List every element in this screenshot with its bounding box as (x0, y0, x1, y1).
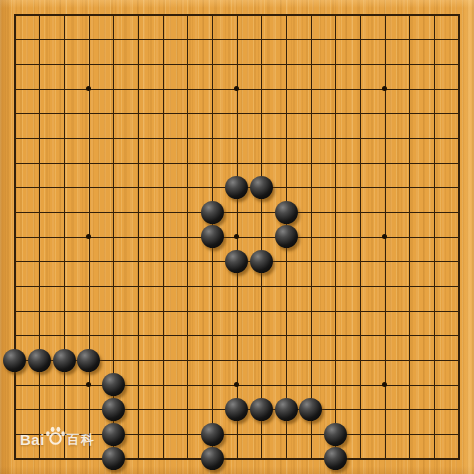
intersection (422, 299, 447, 324)
intersection (175, 3, 200, 28)
intersection (3, 126, 28, 151)
intersection (200, 52, 225, 77)
intersection (3, 422, 28, 447)
intersection (422, 3, 447, 28)
intersection (323, 446, 348, 471)
black-stone (275, 225, 298, 248)
intersection (397, 3, 422, 28)
intersection (151, 446, 176, 471)
intersection (299, 101, 324, 126)
intersection (348, 299, 373, 324)
intersection (274, 373, 299, 398)
intersection (397, 249, 422, 274)
intersection (299, 225, 324, 250)
intersection (77, 323, 102, 348)
intersection (348, 101, 373, 126)
intersection (225, 200, 250, 225)
intersection (225, 27, 250, 52)
intersection (373, 225, 398, 250)
intersection (27, 422, 52, 447)
star-point (234, 86, 239, 91)
star-point (382, 86, 387, 91)
intersection (274, 77, 299, 102)
intersection (175, 126, 200, 151)
black-stone (102, 398, 125, 421)
intersection (126, 3, 151, 28)
intersection (446, 249, 471, 274)
intersection (151, 151, 176, 176)
intersection (373, 151, 398, 176)
intersection (52, 348, 77, 373)
intersection (126, 225, 151, 250)
intersection (299, 373, 324, 398)
intersection (323, 175, 348, 200)
intersection (373, 200, 398, 225)
intersection (348, 348, 373, 373)
intersection (52, 299, 77, 324)
intersection (225, 446, 250, 471)
intersection (175, 348, 200, 373)
intersection (249, 274, 274, 299)
intersection (397, 422, 422, 447)
intersection (3, 27, 28, 52)
intersection (77, 225, 102, 250)
intersection (151, 274, 176, 299)
intersection (446, 27, 471, 52)
intersection (446, 373, 471, 398)
intersection (225, 373, 250, 398)
intersection (274, 27, 299, 52)
intersection (52, 200, 77, 225)
intersection (225, 249, 250, 274)
intersection (274, 274, 299, 299)
intersection (446, 323, 471, 348)
intersection (348, 422, 373, 447)
intersection (274, 200, 299, 225)
intersection (373, 446, 398, 471)
intersection (101, 373, 126, 398)
intersection (422, 323, 447, 348)
intersection (397, 52, 422, 77)
intersection (249, 200, 274, 225)
intersection (77, 299, 102, 324)
intersection (27, 126, 52, 151)
intersection (3, 3, 28, 28)
intersection (126, 299, 151, 324)
intersection (3, 52, 28, 77)
intersection (52, 175, 77, 200)
intersection (52, 373, 77, 398)
black-stone (324, 423, 347, 446)
intersection (348, 323, 373, 348)
intersection (151, 77, 176, 102)
intersection (200, 348, 225, 373)
intersection (200, 397, 225, 422)
intersection (274, 446, 299, 471)
intersection (274, 52, 299, 77)
intersection (151, 101, 176, 126)
intersection (126, 101, 151, 126)
intersection (175, 27, 200, 52)
intersection (101, 323, 126, 348)
intersection (299, 422, 324, 447)
intersection (175, 101, 200, 126)
intersection (299, 200, 324, 225)
intersection (151, 200, 176, 225)
intersection (200, 323, 225, 348)
intersection (299, 126, 324, 151)
intersection (77, 77, 102, 102)
intersection (373, 27, 398, 52)
intersection (126, 175, 151, 200)
intersection (422, 225, 447, 250)
intersection (422, 101, 447, 126)
intersection (151, 373, 176, 398)
intersection (348, 373, 373, 398)
intersection (101, 348, 126, 373)
intersection (52, 249, 77, 274)
star-point (234, 382, 239, 387)
intersection (323, 3, 348, 28)
black-stone (201, 447, 224, 470)
intersection (52, 3, 77, 28)
intersection (422, 151, 447, 176)
intersection (225, 348, 250, 373)
intersection (249, 3, 274, 28)
black-stone (201, 201, 224, 224)
intersection (77, 446, 102, 471)
intersection (27, 446, 52, 471)
intersection (274, 249, 299, 274)
intersection (249, 299, 274, 324)
intersection (200, 274, 225, 299)
intersection (373, 175, 398, 200)
intersection (175, 249, 200, 274)
intersection (422, 373, 447, 398)
board-intersections (3, 3, 472, 472)
intersection (27, 52, 52, 77)
intersection (225, 274, 250, 299)
intersection (52, 446, 77, 471)
intersection (175, 77, 200, 102)
intersection (397, 101, 422, 126)
intersection (52, 77, 77, 102)
intersection (299, 299, 324, 324)
intersection (446, 77, 471, 102)
intersection (422, 249, 447, 274)
intersection (3, 348, 28, 373)
intersection (373, 52, 398, 77)
intersection (373, 126, 398, 151)
intersection (126, 200, 151, 225)
intersection (3, 225, 28, 250)
intersection (200, 126, 225, 151)
intersection (200, 373, 225, 398)
intersection (249, 422, 274, 447)
black-stone (250, 250, 273, 273)
intersection (446, 422, 471, 447)
intersection (299, 77, 324, 102)
intersection (274, 126, 299, 151)
intersection (299, 3, 324, 28)
intersection (299, 151, 324, 176)
intersection (27, 397, 52, 422)
intersection (52, 126, 77, 151)
intersection (52, 101, 77, 126)
intersection (225, 397, 250, 422)
intersection (151, 3, 176, 28)
intersection (249, 77, 274, 102)
intersection (3, 397, 28, 422)
black-stone (299, 398, 322, 421)
intersection (126, 323, 151, 348)
intersection (77, 249, 102, 274)
intersection (200, 3, 225, 28)
intersection (397, 200, 422, 225)
intersection (249, 446, 274, 471)
intersection (27, 225, 52, 250)
intersection (299, 274, 324, 299)
intersection (77, 151, 102, 176)
intersection (27, 200, 52, 225)
intersection (27, 151, 52, 176)
intersection (225, 299, 250, 324)
intersection (3, 151, 28, 176)
intersection (3, 274, 28, 299)
black-stone (201, 423, 224, 446)
intersection (101, 101, 126, 126)
star-point (86, 86, 91, 91)
intersection (200, 101, 225, 126)
intersection (348, 249, 373, 274)
intersection (3, 323, 28, 348)
intersection (52, 397, 77, 422)
intersection (373, 3, 398, 28)
intersection (175, 323, 200, 348)
intersection (200, 200, 225, 225)
intersection (446, 151, 471, 176)
intersection (299, 175, 324, 200)
intersection (249, 323, 274, 348)
intersection (151, 397, 176, 422)
intersection (27, 299, 52, 324)
intersection (126, 274, 151, 299)
intersection (27, 27, 52, 52)
intersection (77, 126, 102, 151)
intersection (77, 200, 102, 225)
black-stone (275, 398, 298, 421)
intersection (77, 52, 102, 77)
intersection (446, 3, 471, 28)
star-point (86, 382, 91, 387)
intersection (323, 126, 348, 151)
intersection (422, 175, 447, 200)
intersection (373, 77, 398, 102)
intersection (101, 397, 126, 422)
intersection (151, 299, 176, 324)
intersection (274, 151, 299, 176)
intersection (126, 249, 151, 274)
intersection (249, 225, 274, 250)
intersection (274, 422, 299, 447)
intersection (151, 225, 176, 250)
intersection (52, 27, 77, 52)
intersection (101, 3, 126, 28)
intersection (323, 323, 348, 348)
intersection (249, 27, 274, 52)
intersection (249, 249, 274, 274)
intersection (101, 225, 126, 250)
intersection (323, 225, 348, 250)
intersection (200, 446, 225, 471)
intersection (397, 27, 422, 52)
intersection (126, 446, 151, 471)
intersection (200, 299, 225, 324)
intersection (249, 151, 274, 176)
intersection (397, 225, 422, 250)
intersection (101, 249, 126, 274)
intersection (397, 323, 422, 348)
intersection (249, 101, 274, 126)
intersection (27, 77, 52, 102)
intersection (299, 249, 324, 274)
intersection (175, 446, 200, 471)
intersection (77, 175, 102, 200)
intersection (274, 3, 299, 28)
intersection (323, 27, 348, 52)
intersection (175, 151, 200, 176)
intersection (151, 175, 176, 200)
intersection (151, 52, 176, 77)
intersection (175, 274, 200, 299)
intersection (52, 52, 77, 77)
black-stone (3, 349, 26, 372)
intersection (422, 126, 447, 151)
intersection (323, 299, 348, 324)
intersection (446, 52, 471, 77)
intersection (175, 52, 200, 77)
intersection (27, 348, 52, 373)
black-stone (250, 398, 273, 421)
intersection (175, 225, 200, 250)
black-stone (77, 349, 100, 372)
intersection (373, 323, 398, 348)
intersection (323, 249, 348, 274)
intersection (422, 52, 447, 77)
intersection (373, 249, 398, 274)
intersection (27, 323, 52, 348)
intersection (422, 77, 447, 102)
intersection (101, 27, 126, 52)
intersection (348, 151, 373, 176)
star-point (86, 234, 91, 239)
intersection (175, 200, 200, 225)
intersection (151, 126, 176, 151)
intersection (446, 101, 471, 126)
intersection (348, 126, 373, 151)
intersection (373, 101, 398, 126)
intersection (323, 274, 348, 299)
intersection (151, 323, 176, 348)
intersection (126, 77, 151, 102)
intersection (422, 274, 447, 299)
intersection (200, 77, 225, 102)
intersection (77, 348, 102, 373)
intersection (175, 175, 200, 200)
intersection (126, 422, 151, 447)
intersection (422, 397, 447, 422)
intersection (77, 373, 102, 398)
intersection (200, 151, 225, 176)
intersection (126, 373, 151, 398)
intersection (52, 422, 77, 447)
intersection (52, 323, 77, 348)
intersection (397, 77, 422, 102)
intersection (3, 77, 28, 102)
intersection (446, 175, 471, 200)
intersection (373, 373, 398, 398)
intersection (323, 77, 348, 102)
intersection (200, 249, 225, 274)
intersection (446, 397, 471, 422)
intersection (77, 274, 102, 299)
intersection (397, 299, 422, 324)
intersection (151, 249, 176, 274)
intersection (126, 151, 151, 176)
intersection (348, 77, 373, 102)
intersection (274, 175, 299, 200)
intersection (274, 299, 299, 324)
go-board: Bai 百科 (0, 0, 474, 474)
intersection (175, 397, 200, 422)
intersection (126, 126, 151, 151)
intersection (200, 27, 225, 52)
intersection (200, 175, 225, 200)
intersection (3, 200, 28, 225)
intersection (101, 200, 126, 225)
black-stone (53, 349, 76, 372)
black-stone (324, 447, 347, 470)
intersection (3, 373, 28, 398)
intersection (77, 422, 102, 447)
intersection (77, 101, 102, 126)
intersection (299, 323, 324, 348)
intersection (225, 126, 250, 151)
intersection (3, 249, 28, 274)
intersection (397, 274, 422, 299)
intersection (101, 126, 126, 151)
intersection (101, 77, 126, 102)
intersection (175, 299, 200, 324)
intersection (397, 373, 422, 398)
intersection (3, 446, 28, 471)
intersection (323, 348, 348, 373)
intersection (274, 323, 299, 348)
intersection (446, 126, 471, 151)
intersection (3, 299, 28, 324)
intersection (101, 446, 126, 471)
intersection (225, 323, 250, 348)
intersection (101, 299, 126, 324)
intersection (348, 52, 373, 77)
intersection (126, 27, 151, 52)
intersection (373, 397, 398, 422)
intersection (397, 446, 422, 471)
intersection (446, 200, 471, 225)
intersection (52, 274, 77, 299)
intersection (323, 397, 348, 422)
intersection (422, 200, 447, 225)
